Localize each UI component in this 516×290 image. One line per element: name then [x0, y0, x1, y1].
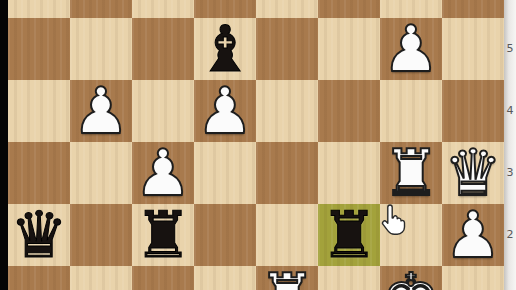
piece-white-pawn-c3[interactable]: ♟ — [134, 141, 191, 205]
piece-white-rook-g3[interactable]: ♜ — [382, 141, 439, 205]
piece-white-pawn-d4[interactable]: ♟ — [196, 79, 253, 143]
square-e1[interactable]: ♜ — [256, 266, 318, 290]
square-g3[interactable]: ♜ — [380, 142, 442, 204]
square-b4[interactable]: ♟ — [70, 80, 132, 142]
piece-white-pawn-b4[interactable]: ♟ — [72, 79, 129, 143]
square-g1[interactable]: ♚ — [380, 266, 442, 290]
piece-black-queen-a2[interactable]: ♛ — [10, 203, 67, 267]
square-f3[interactable] — [318, 142, 380, 204]
square-a6[interactable] — [8, 0, 70, 18]
square-d1[interactable] — [194, 266, 256, 290]
chess-screenshot: ♝♟♟♟♟♜♛♛♜♜♟♜♚ 5432 — [0, 0, 516, 290]
square-h5[interactable] — [442, 18, 504, 80]
piece-white-rook-e1[interactable]: ♜ — [258, 265, 315, 290]
square-c6[interactable] — [132, 0, 194, 18]
square-g5[interactable]: ♟ — [380, 18, 442, 80]
square-h3[interactable]: ♛ — [442, 142, 504, 204]
square-f5[interactable] — [318, 18, 380, 80]
rank-label-3: 3 — [504, 166, 516, 180]
square-f6[interactable] — [318, 0, 380, 18]
rank-label-5: 5 — [504, 42, 516, 56]
square-g2[interactable] — [380, 204, 442, 266]
square-c5[interactable] — [132, 18, 194, 80]
rank-label-2: 2 — [504, 228, 516, 242]
square-b6[interactable] — [70, 0, 132, 18]
left-black-strip — [0, 0, 8, 290]
piece-black-bishop-d5[interactable]: ♝ — [196, 17, 253, 81]
square-e3[interactable] — [256, 142, 318, 204]
piece-white-queen-h3[interactable]: ♛ — [444, 141, 501, 205]
piece-white-pawn-h2[interactable]: ♟ — [444, 203, 501, 267]
square-d5[interactable]: ♝ — [194, 18, 256, 80]
square-f2[interactable]: ♜ — [318, 204, 380, 266]
piece-white-king-g1[interactable]: ♚ — [382, 265, 439, 290]
square-d2[interactable] — [194, 204, 256, 266]
square-h4[interactable] — [442, 80, 504, 142]
square-f4[interactable] — [318, 80, 380, 142]
rank-label-strip: 5432 — [504, 0, 516, 290]
square-d3[interactable] — [194, 142, 256, 204]
board-viewport: ♝♟♟♟♟♜♛♛♜♜♟♜♚ — [8, 0, 504, 290]
square-g4[interactable] — [380, 80, 442, 142]
square-a3[interactable] — [8, 142, 70, 204]
square-h2[interactable]: ♟ — [442, 204, 504, 266]
square-b3[interactable] — [70, 142, 132, 204]
square-c2[interactable]: ♜ — [132, 204, 194, 266]
square-a5[interactable] — [8, 18, 70, 80]
piece-white-pawn-g5[interactable]: ♟ — [382, 17, 439, 81]
square-h6[interactable] — [442, 0, 504, 18]
square-b5[interactable] — [70, 18, 132, 80]
chess-board[interactable]: ♝♟♟♟♟♜♛♛♜♜♟♜♚ — [8, 0, 504, 290]
square-a4[interactable] — [8, 80, 70, 142]
square-e4[interactable] — [256, 80, 318, 142]
square-e2[interactable] — [256, 204, 318, 266]
square-e5[interactable] — [256, 18, 318, 80]
square-c3[interactable]: ♟ — [132, 142, 194, 204]
square-e6[interactable] — [256, 0, 318, 18]
rank-label-4: 4 — [504, 104, 516, 118]
square-d4[interactable]: ♟ — [194, 80, 256, 142]
square-a2[interactable]: ♛ — [8, 204, 70, 266]
square-b2[interactable] — [70, 204, 132, 266]
piece-black-rook-f2[interactable]: ♜ — [320, 203, 377, 267]
piece-black-rook-c2[interactable]: ♜ — [134, 203, 191, 267]
square-c4[interactable] — [132, 80, 194, 142]
square-b1[interactable] — [70, 266, 132, 290]
